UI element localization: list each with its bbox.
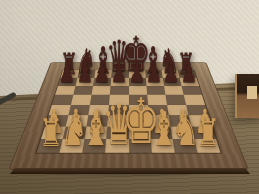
square-c1[interactable] — [83, 139, 107, 153]
square-b5[interactable] — [71, 95, 92, 105]
board-front-edge — [10, 168, 250, 174]
square-a6[interactable] — [55, 86, 75, 95]
square-e4[interactable] — [129, 105, 149, 115]
square-h1[interactable] — [194, 139, 220, 153]
square-d5[interactable] — [109, 95, 128, 105]
square-e7[interactable] — [129, 78, 147, 86]
square-g4[interactable] — [167, 105, 189, 115]
square-e1[interactable] — [129, 139, 152, 153]
photo-scene: ♜♞♝♛♚♝♞♜♟♟♟♟♟♟♟♟♟♟♟♟♟♟♟♟♜♞♝♛♚♝♞♜ — [0, 0, 259, 194]
square-f1[interactable] — [150, 139, 174, 153]
chess-board — [8, 62, 249, 170]
square-g2[interactable] — [170, 126, 194, 139]
square-d4[interactable] — [109, 105, 129, 115]
square-e8[interactable] — [129, 70, 146, 78]
square-d7[interactable] — [111, 78, 129, 86]
board-grid — [37, 70, 221, 153]
square-c2[interactable] — [85, 126, 108, 139]
square-d8[interactable] — [112, 70, 129, 78]
square-b2[interactable] — [63, 126, 87, 139]
wooden-box-panel — [247, 86, 257, 99]
square-c5[interactable] — [90, 95, 110, 105]
square-f7[interactable] — [145, 78, 163, 86]
square-d1[interactable] — [106, 139, 129, 153]
square-a7[interactable] — [58, 78, 78, 86]
square-e3[interactable] — [129, 115, 150, 126]
square-b8[interactable] — [78, 70, 96, 78]
square-b7[interactable] — [76, 78, 95, 86]
square-e6[interactable] — [129, 86, 147, 95]
square-b3[interactable] — [66, 115, 89, 126]
square-f4[interactable] — [148, 105, 169, 115]
square-g3[interactable] — [168, 115, 191, 126]
square-b6[interactable] — [73, 86, 93, 95]
square-e5[interactable] — [129, 95, 148, 105]
square-h3[interactable] — [188, 115, 212, 126]
square-h4[interactable] — [186, 105, 208, 115]
square-f6[interactable] — [146, 86, 165, 95]
square-a8[interactable] — [61, 70, 80, 78]
board-frame — [8, 62, 249, 170]
square-h5[interactable] — [184, 95, 205, 105]
square-d6[interactable] — [110, 86, 128, 95]
square-a5[interactable] — [52, 95, 73, 105]
square-c3[interactable] — [87, 115, 109, 126]
square-f8[interactable] — [145, 70, 163, 78]
square-h2[interactable] — [191, 126, 216, 139]
square-b1[interactable] — [60, 139, 85, 153]
square-c8[interactable] — [95, 70, 113, 78]
square-h6[interactable] — [181, 86, 201, 95]
wooden-box — [235, 74, 259, 118]
square-g7[interactable] — [162, 78, 181, 86]
square-b4[interactable] — [69, 105, 91, 115]
square-h7[interactable] — [179, 78, 199, 86]
square-c6[interactable] — [92, 86, 111, 95]
square-f5[interactable] — [147, 95, 167, 105]
square-g5[interactable] — [165, 95, 186, 105]
square-g8[interactable] — [161, 70, 179, 78]
square-g6[interactable] — [164, 86, 184, 95]
square-e2[interactable] — [129, 126, 151, 139]
square-f2[interactable] — [149, 126, 172, 139]
square-c7[interactable] — [93, 78, 111, 86]
square-d2[interactable] — [107, 126, 129, 139]
square-f3[interactable] — [148, 115, 170, 126]
square-h8[interactable] — [178, 70, 197, 78]
square-c4[interactable] — [89, 105, 110, 115]
square-d3[interactable] — [108, 115, 129, 126]
